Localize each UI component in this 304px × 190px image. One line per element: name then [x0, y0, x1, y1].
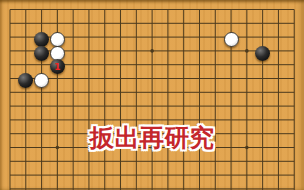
star-point: [245, 146, 249, 150]
caption-text: 扳出再研究: [90, 121, 215, 154]
white-stone[interactable]: [50, 46, 65, 61]
board-grid: [0, 0, 304, 190]
white-stone[interactable]: [224, 32, 239, 47]
video-frame: 扳出再研究 1: [0, 0, 304, 190]
star-point: [245, 49, 249, 53]
move-number-label: 1: [54, 63, 60, 72]
star-point: [150, 49, 154, 53]
black-stone[interactable]: [34, 46, 49, 61]
black-stone[interactable]: [255, 46, 270, 61]
white-stone[interactable]: [50, 32, 65, 47]
black-stone[interactable]: [34, 32, 49, 47]
star-point: [56, 146, 60, 150]
